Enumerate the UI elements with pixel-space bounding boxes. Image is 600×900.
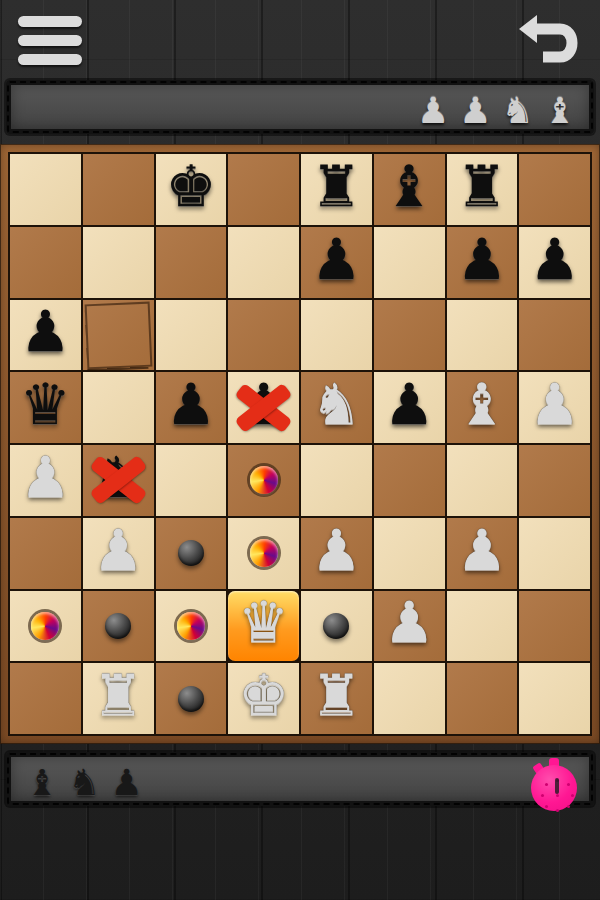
piece-white-pawn: ♟ <box>311 522 362 579</box>
square-c7[interactable] <box>156 227 227 298</box>
captured-white-bishop: ♝ <box>544 85 576 137</box>
board-frame: ♚♜♝♜♟♟♟♟♛♟♟♞♟♝♟♟♞♟♟♟♛♟♜♚♜ <box>0 144 600 744</box>
square-e2[interactable] <box>301 591 372 662</box>
square-a1[interactable] <box>10 663 81 734</box>
move-marker-ball-icon[interactable] <box>178 540 204 566</box>
square-a3[interactable] <box>10 518 81 589</box>
square-f1[interactable] <box>374 663 445 734</box>
timer-button[interactable] <box>528 758 580 810</box>
square-a6[interactable]: ♟ <box>10 300 81 371</box>
square-f5[interactable]: ♟ <box>374 372 445 443</box>
move-marker-swirl-icon[interactable] <box>250 466 278 494</box>
square-d2[interactable]: ♛ <box>228 591 299 662</box>
square-c8[interactable]: ♚ <box>156 154 227 225</box>
square-e7[interactable]: ♟ <box>301 227 372 298</box>
square-d7[interactable] <box>228 227 299 298</box>
threat-x-icon <box>228 372 299 443</box>
hamburger-icon <box>18 16 82 27</box>
square-e8[interactable]: ♜ <box>301 154 372 225</box>
move-marker-swirl-icon[interactable] <box>250 539 278 567</box>
square-b4[interactable]: ♞ <box>83 445 154 516</box>
square-f4[interactable] <box>374 445 445 516</box>
torn-texture-marker <box>84 301 152 369</box>
square-b2[interactable] <box>83 591 154 662</box>
square-c4[interactable] <box>156 445 227 516</box>
square-a7[interactable] <box>10 227 81 298</box>
square-d3[interactable] <box>228 518 299 589</box>
square-b5[interactable] <box>83 372 154 443</box>
piece-white-pawn: ♟ <box>456 522 507 579</box>
square-g2[interactable] <box>447 591 518 662</box>
square-f6[interactable] <box>374 300 445 371</box>
captured-black-pawn: ♟ <box>111 757 143 809</box>
square-h2[interactable] <box>519 591 590 662</box>
square-h6[interactable] <box>519 300 590 371</box>
undo-arrow-icon <box>518 12 584 74</box>
move-marker-ball-icon[interactable] <box>105 613 131 639</box>
piece-black-rook: ♜ <box>311 158 362 215</box>
piece-white-pawn: ♟ <box>384 594 435 651</box>
piece-black-pawn: ♟ <box>384 376 435 433</box>
piece-black-pawn: ♟ <box>311 231 362 288</box>
square-d6[interactable] <box>228 300 299 371</box>
square-b3[interactable]: ♟ <box>83 518 154 589</box>
square-d4[interactable] <box>228 445 299 516</box>
square-h4[interactable] <box>519 445 590 516</box>
square-c3[interactable] <box>156 518 227 589</box>
piece-black-queen: ♛ <box>20 376 71 433</box>
stopwatch-icon <box>531 765 577 811</box>
square-b6[interactable] <box>83 300 154 371</box>
square-e4[interactable] <box>301 445 372 516</box>
piece-white-pawn: ♟ <box>529 376 580 433</box>
piece-black-bishop: ♝ <box>384 158 435 215</box>
piece-black-rook: ♜ <box>456 158 507 215</box>
square-b8[interactable] <box>83 154 154 225</box>
piece-black-pawn: ♟ <box>20 303 71 360</box>
piece-black-pawn: ♟ <box>165 376 216 433</box>
square-g8[interactable]: ♜ <box>447 154 518 225</box>
square-f8[interactable]: ♝ <box>374 154 445 225</box>
square-f3[interactable] <box>374 518 445 589</box>
square-d1[interactable]: ♚ <box>228 663 299 734</box>
square-h7[interactable]: ♟ <box>519 227 590 298</box>
square-a5[interactable]: ♛ <box>10 372 81 443</box>
square-d5[interactable]: ♟ <box>228 372 299 443</box>
move-marker-ball-icon[interactable] <box>323 613 349 639</box>
square-g1[interactable] <box>447 663 518 734</box>
square-h1[interactable] <box>519 663 590 734</box>
captured-white-pawn: ♟ <box>417 85 449 137</box>
piece-black-pawn: ♟ <box>456 231 507 288</box>
square-g3[interactable]: ♟ <box>447 518 518 589</box>
square-f7[interactable] <box>374 227 445 298</box>
square-e3[interactable]: ♟ <box>301 518 372 589</box>
square-h5[interactable]: ♟ <box>519 372 590 443</box>
piece-white-rook: ♜ <box>93 667 144 724</box>
square-g7[interactable]: ♟ <box>447 227 518 298</box>
square-a4[interactable]: ♟ <box>10 445 81 516</box>
square-c1[interactable] <box>156 663 227 734</box>
square-e1[interactable]: ♜ <box>301 663 372 734</box>
piece-white-knight: ♞ <box>311 376 362 433</box>
piece-white-queen: ♛ <box>238 594 289 651</box>
piece-white-bishop: ♝ <box>456 376 507 433</box>
square-g4[interactable] <box>447 445 518 516</box>
captured-black-knight: ♞ <box>68 757 100 809</box>
square-g6[interactable] <box>447 300 518 371</box>
square-d8[interactable] <box>228 154 299 225</box>
square-e5[interactable]: ♞ <box>301 372 372 443</box>
square-c2[interactable] <box>156 591 227 662</box>
piece-white-king: ♚ <box>238 667 289 724</box>
piece-black-king: ♚ <box>165 158 216 215</box>
square-g5[interactable]: ♝ <box>447 372 518 443</box>
piece-white-rook: ♜ <box>311 667 362 724</box>
undo-button[interactable] <box>518 12 584 74</box>
captured-black-pieces-tray: ♝♞♟ <box>6 752 594 806</box>
move-marker-swirl-icon[interactable] <box>31 612 59 640</box>
piece-white-pawn: ♟ <box>20 449 71 506</box>
square-f2[interactable]: ♟ <box>374 591 445 662</box>
captured-white-pawn: ♟ <box>459 85 491 137</box>
piece-black-pawn: ♟ <box>529 231 580 288</box>
square-h8[interactable] <box>519 154 590 225</box>
captured-white-knight: ♞ <box>501 85 533 137</box>
captured-white-pieces-tray: ♟♟♞♝ <box>6 80 594 134</box>
square-a2[interactable] <box>10 591 81 662</box>
menu-button[interactable] <box>18 16 84 72</box>
square-c6[interactable] <box>156 300 227 371</box>
board: ♚♜♝♜♟♟♟♟♛♟♟♞♟♝♟♟♞♟♟♟♛♟♜♚♜ <box>8 152 592 736</box>
square-b1[interactable]: ♜ <box>83 663 154 734</box>
square-b7[interactable] <box>83 227 154 298</box>
move-marker-ball-icon[interactable] <box>178 686 204 712</box>
square-h3[interactable] <box>519 518 590 589</box>
captured-black-bishop: ♝ <box>26 757 58 809</box>
square-a8[interactable] <box>10 154 81 225</box>
square-c5[interactable]: ♟ <box>156 372 227 443</box>
threat-x-icon <box>83 445 154 516</box>
piece-white-pawn: ♟ <box>93 522 144 579</box>
square-e6[interactable] <box>301 300 372 371</box>
move-marker-swirl-icon[interactable] <box>177 612 205 640</box>
